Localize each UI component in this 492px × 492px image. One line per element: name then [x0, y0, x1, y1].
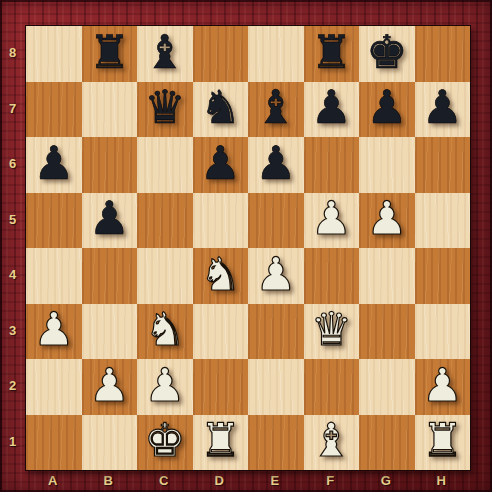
chess-board: ♜♝♜♚♛♞♝♟♟♟♟♟♟♟♟♟♞♟♟♞♛♟♟♟♚♜♝♜: [25, 25, 471, 471]
square-c4[interactable]: [137, 248, 193, 304]
black-queen-piece[interactable]: ♛: [144, 84, 185, 130]
square-f6[interactable]: [304, 137, 360, 193]
black-pawn-piece[interactable]: ♟: [33, 140, 74, 186]
square-d5[interactable]: [193, 193, 249, 249]
rank-label-3: 3: [0, 303, 25, 359]
rank-label-1: 1: [0, 414, 25, 470]
square-a5[interactable]: [26, 193, 82, 249]
square-h3[interactable]: [415, 304, 471, 360]
white-pawn-piece[interactable]: ♟: [144, 362, 185, 408]
square-d3[interactable]: [193, 304, 249, 360]
white-knight-piece[interactable]: ♞: [200, 251, 241, 297]
white-pawn-piece[interactable]: ♟: [366, 195, 407, 241]
square-a6[interactable]: ♟: [26, 137, 82, 193]
square-e7[interactable]: ♝: [248, 82, 304, 138]
black-bishop-piece[interactable]: ♝: [255, 84, 296, 130]
rank-label-7: 7: [0, 81, 25, 137]
square-e4[interactable]: ♟: [248, 248, 304, 304]
file-label-d: D: [192, 469, 248, 492]
square-c1[interactable]: ♚: [137, 415, 193, 471]
square-g5[interactable]: ♟: [359, 193, 415, 249]
black-bishop-piece[interactable]: ♝: [144, 29, 185, 75]
white-knight-piece[interactable]: ♞: [144, 306, 185, 352]
square-g4[interactable]: [359, 248, 415, 304]
square-b8[interactable]: ♜: [82, 26, 138, 82]
black-pawn-piece[interactable]: ♟: [255, 140, 296, 186]
square-b2[interactable]: ♟: [82, 359, 138, 415]
black-pawn-piece[interactable]: ♟: [366, 84, 407, 130]
white-pawn-piece[interactable]: ♟: [311, 195, 352, 241]
square-g2[interactable]: [359, 359, 415, 415]
square-e1[interactable]: [248, 415, 304, 471]
file-label-h: H: [414, 469, 470, 492]
square-f8[interactable]: ♜: [304, 26, 360, 82]
black-rook-piece[interactable]: ♜: [311, 29, 352, 75]
square-c5[interactable]: [137, 193, 193, 249]
square-g3[interactable]: [359, 304, 415, 360]
square-c8[interactable]: ♝: [137, 26, 193, 82]
file-label-g: G: [358, 469, 414, 492]
rank-label-4: 4: [0, 247, 25, 303]
white-rook-piece[interactable]: ♜: [200, 417, 241, 463]
black-pawn-piece[interactable]: ♟: [422, 84, 463, 130]
square-f1[interactable]: ♝: [304, 415, 360, 471]
square-g7[interactable]: ♟: [359, 82, 415, 138]
square-g8[interactable]: ♚: [359, 26, 415, 82]
square-a8[interactable]: [26, 26, 82, 82]
rank-label-6: 6: [0, 136, 25, 192]
square-d1[interactable]: ♜: [193, 415, 249, 471]
square-g1[interactable]: [359, 415, 415, 471]
file-label-c: C: [136, 469, 192, 492]
white-king-piece[interactable]: ♚: [144, 417, 185, 463]
square-b1[interactable]: [82, 415, 138, 471]
square-e3[interactable]: [248, 304, 304, 360]
file-labels: ABCDEFGH: [25, 469, 469, 492]
rank-label-2: 2: [0, 358, 25, 414]
black-rook-piece[interactable]: ♜: [89, 29, 130, 75]
square-a1[interactable]: [26, 415, 82, 471]
square-a2[interactable]: [26, 359, 82, 415]
wood-frame: 87654321 ABCDEFGH ♜♝♜♚♛♞♝♟♟♟♟♟♟♟♟♟♞♟♟♞♛♟…: [0, 0, 492, 492]
square-a4[interactable]: [26, 248, 82, 304]
white-queen-piece[interactable]: ♛: [311, 306, 352, 352]
file-label-b: B: [81, 469, 137, 492]
white-rook-piece[interactable]: ♜: [422, 417, 463, 463]
square-b3[interactable]: [82, 304, 138, 360]
white-bishop-piece[interactable]: ♝: [311, 417, 352, 463]
white-pawn-piece[interactable]: ♟: [422, 362, 463, 408]
rank-label-5: 5: [0, 192, 25, 248]
square-h6[interactable]: [415, 137, 471, 193]
black-knight-piece[interactable]: ♞: [200, 84, 241, 130]
square-f4[interactable]: [304, 248, 360, 304]
square-h4[interactable]: [415, 248, 471, 304]
white-pawn-piece[interactable]: ♟: [33, 306, 74, 352]
square-d8[interactable]: [193, 26, 249, 82]
square-d7[interactable]: ♞: [193, 82, 249, 138]
rank-label-8: 8: [0, 25, 25, 81]
square-f3[interactable]: ♛: [304, 304, 360, 360]
square-a7[interactable]: [26, 82, 82, 138]
rank-labels: 87654321: [0, 25, 25, 469]
square-e5[interactable]: [248, 193, 304, 249]
square-g6[interactable]: [359, 137, 415, 193]
white-pawn-piece[interactable]: ♟: [255, 251, 296, 297]
square-e2[interactable]: [248, 359, 304, 415]
square-e8[interactable]: [248, 26, 304, 82]
square-c2[interactable]: ♟: [137, 359, 193, 415]
black-pawn-piece[interactable]: ♟: [200, 140, 241, 186]
file-label-e: E: [247, 469, 303, 492]
square-f2[interactable]: [304, 359, 360, 415]
square-f5[interactable]: ♟: [304, 193, 360, 249]
square-d6[interactable]: ♟: [193, 137, 249, 193]
square-h8[interactable]: [415, 26, 471, 82]
square-f7[interactable]: ♟: [304, 82, 360, 138]
square-h1[interactable]: ♜: [415, 415, 471, 471]
black-pawn-piece[interactable]: ♟: [311, 84, 352, 130]
square-b6[interactable]: [82, 137, 138, 193]
file-label-a: A: [25, 469, 81, 492]
black-king-piece[interactable]: ♚: [366, 29, 407, 75]
square-h5[interactable]: [415, 193, 471, 249]
square-e6[interactable]: ♟: [248, 137, 304, 193]
square-c7[interactable]: ♛: [137, 82, 193, 138]
square-c6[interactable]: [137, 137, 193, 193]
file-label-f: F: [303, 469, 359, 492]
square-b7[interactable]: [82, 82, 138, 138]
square-a3[interactable]: ♟: [26, 304, 82, 360]
square-d2[interactable]: [193, 359, 249, 415]
square-b4[interactable]: [82, 248, 138, 304]
black-pawn-piece[interactable]: ♟: [89, 195, 130, 241]
square-b5[interactable]: ♟: [82, 193, 138, 249]
white-pawn-piece[interactable]: ♟: [89, 362, 130, 408]
square-c3[interactable]: ♞: [137, 304, 193, 360]
square-d4[interactable]: ♞: [193, 248, 249, 304]
square-h2[interactable]: ♟: [415, 359, 471, 415]
square-h7[interactable]: ♟: [415, 82, 471, 138]
